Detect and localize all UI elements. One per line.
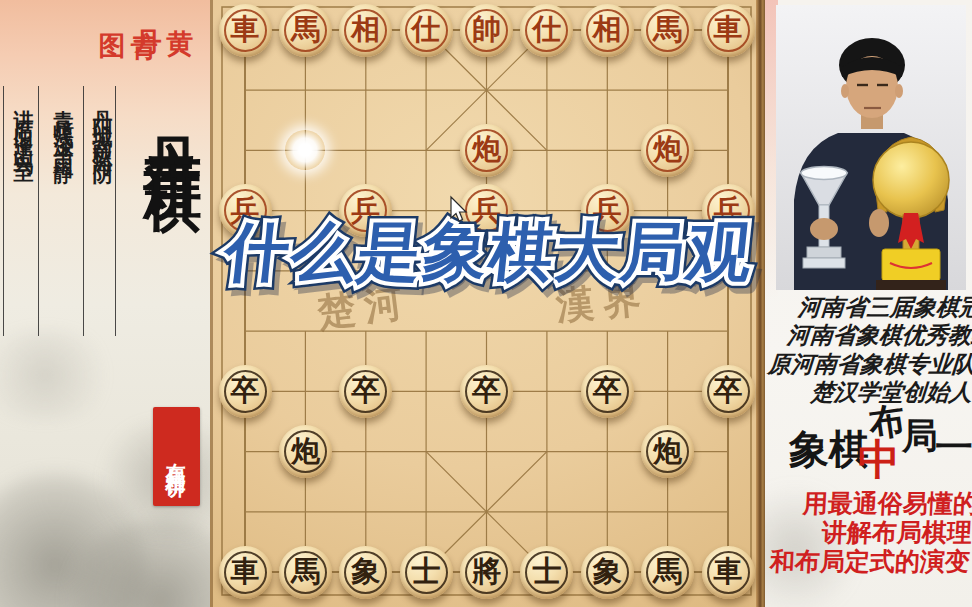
piece-black[interactable]: 卒 [460,365,513,418]
piece-red[interactable]: 炮 [460,124,513,177]
piece-red[interactable]: 相 [339,4,392,57]
piece-black[interactable]: 車 [702,546,755,599]
piece-red[interactable]: 馬 [279,4,332,57]
piece-red[interactable]: 帥 [460,4,513,57]
piece-black[interactable]: 士 [520,546,573,599]
piece-black[interactable]: 卒 [581,365,634,418]
piece-red[interactable]: 仕 [400,4,453,57]
piece-black[interactable]: 炮 [641,425,694,478]
piece-black[interactable]: 馬 [641,546,694,599]
piece-red[interactable]: 相 [581,4,634,57]
logo-xiangqi: 象棋 [789,422,869,477]
piece-black[interactable]: 卒 [702,365,755,418]
logo-yidiantong: 一点通 [935,422,972,473]
coach-ear [841,84,849,98]
last-move-origin-marker [285,130,325,170]
piece-black[interactable]: 士 [400,546,453,599]
coach-hand [810,218,838,240]
piece-black[interactable]: 卒 [339,365,392,418]
piece-red[interactable]: 兵 [581,184,634,237]
piece-black[interactable]: 將 [460,546,513,599]
piece-red[interactable]: 兵 [219,184,272,237]
coach-hand [869,209,889,237]
piece-red[interactable]: 兵 [460,184,513,237]
logo-zhong-seal: 中 [858,432,900,488]
logo-ju: 局 [902,412,938,461]
credential-3: 原河南省象棋专业队员 [767,349,972,380]
piece-black[interactable]: 車 [219,546,272,599]
piece-black[interactable]: 卒 [219,365,272,418]
piece-red[interactable]: 兵 [339,184,392,237]
piece-red[interactable]: 車 [702,4,755,57]
piece-black[interactable]: 馬 [279,546,332,599]
right-info-panel: 河南省三届象棋冠军 河南省象棋优秀教练 原河南省象棋专业队员 楚汉学堂创始人 象… [765,0,972,607]
piece-black[interactable]: 象 [581,546,634,599]
piece-red[interactable]: 仕 [520,4,573,57]
piece-red[interactable]: 馬 [641,4,694,57]
piece-red[interactable]: 炮 [641,124,694,177]
piece-red[interactable]: 車 [219,4,272,57]
slogan-line-3: 和布局定式的演变 [769,545,971,578]
credential-2: 河南省象棋优秀教练 [786,320,972,351]
coach-ear [895,84,903,98]
coach-photo [776,5,966,290]
piece-black[interactable]: 象 [339,546,392,599]
credential-1: 河南省三届象棋冠军 [797,292,972,323]
piece-red[interactable]: 兵 [702,184,755,237]
piece-black[interactable]: 炮 [279,425,332,478]
